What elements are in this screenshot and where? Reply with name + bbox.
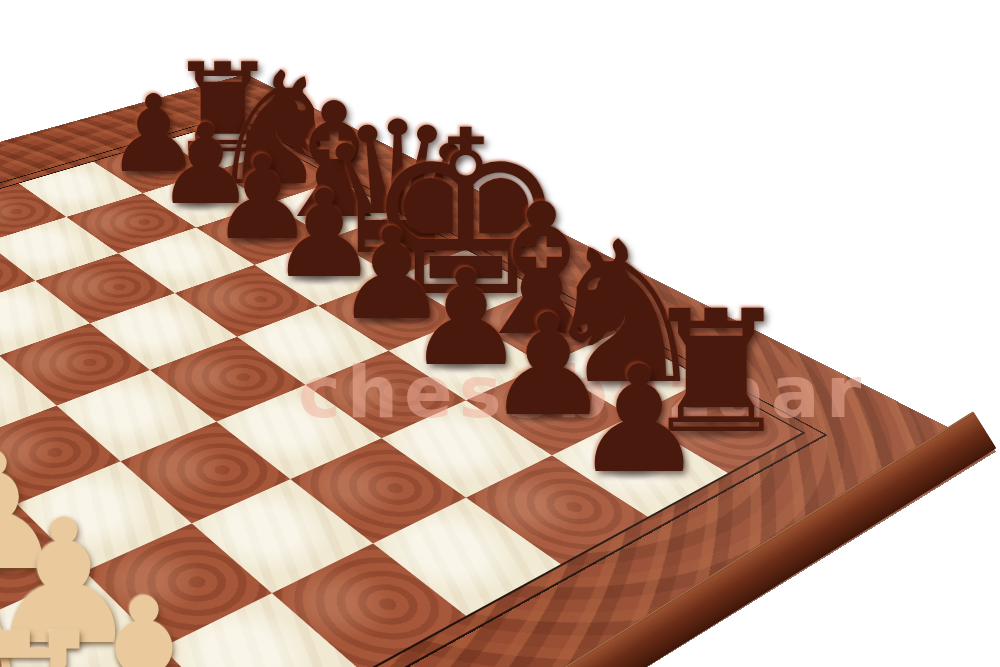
chess-product-photo: chessbazaar ♜♞♝♛♚♝♞♜♟♟♟♟♟♟♟♟♜♞♝♛♚♝♞♜♟♟♟♟… — [0, 0, 1000, 667]
board-grid — [0, 121, 805, 667]
chess-board — [0, 74, 995, 667]
